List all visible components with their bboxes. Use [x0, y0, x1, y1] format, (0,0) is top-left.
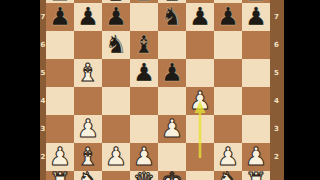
white-pawn: ♟: [158, 115, 186, 143]
square-h6[interactable]: [242, 31, 270, 59]
rank-label-6-right: 6: [272, 41, 284, 49]
square-g5[interactable]: [214, 59, 242, 87]
square-f5[interactable]: [186, 59, 214, 87]
square-d4[interactable]: [130, 87, 158, 115]
square-g3[interactable]: [214, 115, 242, 143]
square-d2[interactable]: ♟: [130, 143, 158, 171]
white-pawn: ♟: [214, 143, 242, 171]
square-e4[interactable]: [158, 87, 186, 115]
black-pawn: ♟: [46, 3, 74, 31]
black-pawn: ♟: [242, 3, 270, 31]
chess-board-screenshot: ♜♝♛♚♜♟♟♟♞♟♟♟♞♝♝♟♟♟♟♟♟♝♟♟♟♟♜♞♛♚♞♜ 7766554…: [0, 0, 320, 180]
square-f1[interactable]: [186, 171, 214, 180]
square-b1[interactable]: ♞: [74, 171, 102, 180]
square-d1[interactable]: ♛: [130, 171, 158, 180]
rank-label-2-right: 2: [272, 153, 284, 161]
square-f7[interactable]: ♟: [186, 3, 214, 31]
white-pawn: ♟: [102, 143, 130, 171]
black-pawn: ♟: [74, 3, 102, 31]
black-pawn: ♟: [130, 59, 158, 87]
square-c7[interactable]: ♟: [102, 3, 130, 31]
square-g1[interactable]: ♞: [214, 171, 242, 180]
white-pawn: ♟: [242, 143, 270, 171]
white-pawn: ♟: [186, 87, 214, 115]
white-pawn: ♟: [46, 143, 74, 171]
square-c5[interactable]: [102, 59, 130, 87]
rank-label-3-right: 3: [272, 125, 284, 133]
square-e7[interactable]: ♞: [158, 3, 186, 31]
square-a4[interactable]: [46, 87, 74, 115]
square-a5[interactable]: [46, 59, 74, 87]
white-bishop: ♝: [74, 59, 102, 87]
square-g6[interactable]: [214, 31, 242, 59]
white-pawn: ♟: [130, 143, 158, 171]
square-e6[interactable]: [158, 31, 186, 59]
square-b3[interactable]: ♟: [74, 115, 102, 143]
square-e5[interactable]: ♟: [158, 59, 186, 87]
rank-label-4-right: 4: [272, 97, 284, 105]
square-e3[interactable]: ♟: [158, 115, 186, 143]
chess-board: ♜♝♛♚♜♟♟♟♞♟♟♟♞♝♝♟♟♟♟♟♟♝♟♟♟♟♜♞♛♚♞♜: [46, 0, 270, 180]
square-b4[interactable]: [74, 87, 102, 115]
black-pawn: ♟: [158, 59, 186, 87]
square-c4[interactable]: [102, 87, 130, 115]
square-b5[interactable]: ♝: [74, 59, 102, 87]
square-f3[interactable]: [186, 115, 214, 143]
square-f4[interactable]: ♟: [186, 87, 214, 115]
square-a1[interactable]: ♜: [46, 171, 74, 180]
square-a2[interactable]: ♟: [46, 143, 74, 171]
square-h7[interactable]: ♟: [242, 3, 270, 31]
square-b7[interactable]: ♟: [74, 3, 102, 31]
square-g2[interactable]: ♟: [214, 143, 242, 171]
square-d5[interactable]: ♟: [130, 59, 158, 87]
square-d6[interactable]: ♝: [130, 31, 158, 59]
square-f2[interactable]: [186, 143, 214, 171]
square-h3[interactable]: [242, 115, 270, 143]
rank-label-7-right: 7: [272, 13, 284, 21]
square-a3[interactable]: [46, 115, 74, 143]
black-bishop: ♝: [130, 31, 158, 59]
black-pawn: ♟: [214, 3, 242, 31]
square-c6[interactable]: ♞: [102, 31, 130, 59]
square-h1[interactable]: ♜: [242, 171, 270, 180]
square-b2[interactable]: ♝: [74, 143, 102, 171]
square-b6[interactable]: [74, 31, 102, 59]
square-d7[interactable]: [130, 3, 158, 31]
white-bishop: ♝: [74, 143, 102, 171]
square-a7[interactable]: ♟: [46, 3, 74, 31]
square-f6[interactable]: [186, 31, 214, 59]
square-h4[interactable]: [242, 87, 270, 115]
square-c2[interactable]: ♟: [102, 143, 130, 171]
square-h5[interactable]: [242, 59, 270, 87]
square-a6[interactable]: [46, 31, 74, 59]
black-pawn: ♟: [186, 3, 214, 31]
square-e2[interactable]: [158, 143, 186, 171]
board-frame: ♜♝♛♚♜♟♟♟♞♟♟♟♞♝♝♟♟♟♟♟♟♝♟♟♟♟♜♞♛♚♞♜ 7766554…: [40, 0, 284, 180]
square-c3[interactable]: [102, 115, 130, 143]
black-pawn: ♟: [102, 3, 130, 31]
square-c1[interactable]: [102, 171, 130, 180]
square-e1[interactable]: ♚: [158, 171, 186, 180]
square-d3[interactable]: [130, 115, 158, 143]
rank-label-5-right: 5: [272, 69, 284, 77]
white-pawn: ♟: [74, 115, 102, 143]
black-knight: ♞: [102, 31, 130, 59]
black-knight: ♞: [158, 3, 186, 31]
square-h2[interactable]: ♟: [242, 143, 270, 171]
square-g4[interactable]: [214, 87, 242, 115]
square-g7[interactable]: ♟: [214, 3, 242, 31]
